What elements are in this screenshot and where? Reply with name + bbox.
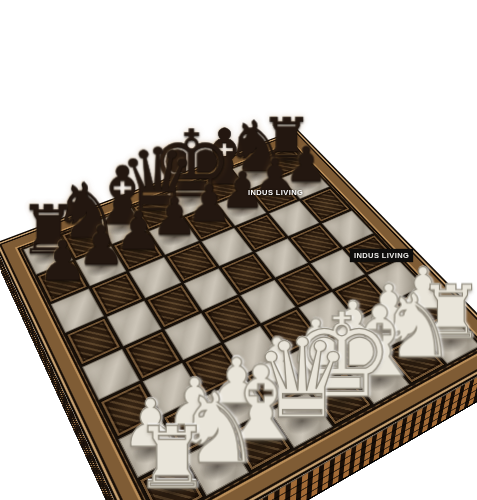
board-frame: ♜♞♝♛♚♝♞♜♟♟♟♟♟♟♟♟♟♟♟♟♟♟♟♟♜♞♝♛♚♝♞♜: [0, 129, 477, 500]
brand-watermark: INDUS LIVING: [248, 188, 303, 197]
square-a1[interactable]: ♜: [138, 457, 204, 500]
board-squares: ♜♞♝♛♚♝♞♜♟♟♟♟♟♟♟♟♟♟♟♟♟♟♟♟♜♞♝♛♚♝♞♜: [20, 145, 477, 500]
product-photo: ♜♞♝♛♚♝♞♜♟♟♟♟♟♟♟♟♟♟♟♟♟♟♟♟♜♞♝♛♚♝♞♜ INDUS L…: [0, 0, 477, 500]
chess-board: ♜♞♝♛♚♝♞♜♟♟♟♟♟♟♟♟♟♟♟♟♟♟♟♟♜♞♝♛♚♝♞♜: [0, 129, 477, 500]
brand-watermark-boxed: INDUS LIVING: [350, 249, 413, 262]
black-pawn-glyph: ♟: [38, 234, 87, 289]
white-rook-glyph: ♜: [133, 415, 210, 500]
